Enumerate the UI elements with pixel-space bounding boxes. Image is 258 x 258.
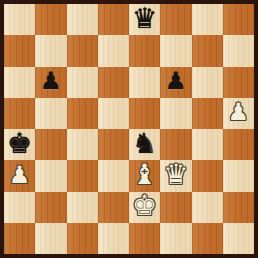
square-f2[interactable] [160,192,191,223]
square-d5[interactable] [98,98,129,129]
square-f1[interactable] [160,223,191,254]
piece-white-bishop[interactable]: ♝ [132,161,157,189]
square-e6[interactable] [129,67,160,98]
board-frame: ♛♟♟♟♚♞♟♝♛♚ [0,0,258,258]
square-a6[interactable] [4,67,35,98]
square-d7[interactable] [98,35,129,66]
square-g5[interactable] [192,98,223,129]
piece-black-pawn[interactable]: ♟ [165,69,187,93]
square-b6[interactable]: ♟ [35,67,66,98]
square-h4[interactable] [223,129,254,160]
square-b7[interactable] [35,35,66,66]
square-b3[interactable] [35,160,66,191]
square-d3[interactable] [98,160,129,191]
square-h8[interactable] [223,4,254,35]
square-c2[interactable] [67,192,98,223]
piece-black-knight[interactable]: ♞ [132,130,157,158]
square-e5[interactable] [129,98,160,129]
square-a7[interactable] [4,35,35,66]
square-f3[interactable]: ♛ [160,160,191,191]
piece-white-queen[interactable]: ♛ [163,161,188,189]
square-a4[interactable]: ♚ [4,129,35,160]
piece-black-pawn[interactable]: ♟ [40,69,62,93]
square-f8[interactable] [160,4,191,35]
square-a3[interactable]: ♟ [4,160,35,191]
piece-white-pawn[interactable]: ♟ [9,163,31,187]
square-d6[interactable] [98,67,129,98]
square-f6[interactable]: ♟ [160,67,191,98]
piece-white-pawn[interactable]: ♟ [228,100,250,124]
square-h1[interactable] [223,223,254,254]
square-d1[interactable] [98,223,129,254]
square-c4[interactable] [67,129,98,160]
square-e2[interactable]: ♚ [129,192,160,223]
square-c3[interactable] [67,160,98,191]
square-g3[interactable] [192,160,223,191]
square-g8[interactable] [192,4,223,35]
square-c8[interactable] [67,4,98,35]
square-h6[interactable] [223,67,254,98]
square-h7[interactable] [223,35,254,66]
square-c7[interactable] [67,35,98,66]
chess-board: ♛♟♟♟♚♞♟♝♛♚ [4,4,254,254]
piece-black-king[interactable]: ♚ [7,130,32,158]
square-h3[interactable] [223,160,254,191]
square-d4[interactable] [98,129,129,160]
square-e3[interactable]: ♝ [129,160,160,191]
square-f7[interactable] [160,35,191,66]
square-h5[interactable]: ♟ [223,98,254,129]
square-e4[interactable]: ♞ [129,129,160,160]
square-g2[interactable] [192,192,223,223]
square-d8[interactable] [98,4,129,35]
square-h2[interactable] [223,192,254,223]
square-d2[interactable] [98,192,129,223]
square-f4[interactable] [160,129,191,160]
square-b2[interactable] [35,192,66,223]
square-b5[interactable] [35,98,66,129]
square-e8[interactable]: ♛ [129,4,160,35]
square-c6[interactable] [67,67,98,98]
square-a1[interactable] [4,223,35,254]
piece-white-king[interactable]: ♚ [132,192,157,220]
square-b1[interactable] [35,223,66,254]
square-g7[interactable] [192,35,223,66]
square-e7[interactable] [129,35,160,66]
square-c5[interactable] [67,98,98,129]
square-g6[interactable] [192,67,223,98]
square-g1[interactable] [192,223,223,254]
square-a8[interactable] [4,4,35,35]
square-b8[interactable] [35,4,66,35]
square-b4[interactable] [35,129,66,160]
square-f5[interactable] [160,98,191,129]
piece-black-queen[interactable]: ♛ [132,5,157,33]
square-c1[interactable] [67,223,98,254]
square-a2[interactable] [4,192,35,223]
square-g4[interactable] [192,129,223,160]
square-e1[interactable] [129,223,160,254]
square-a5[interactable] [4,98,35,129]
